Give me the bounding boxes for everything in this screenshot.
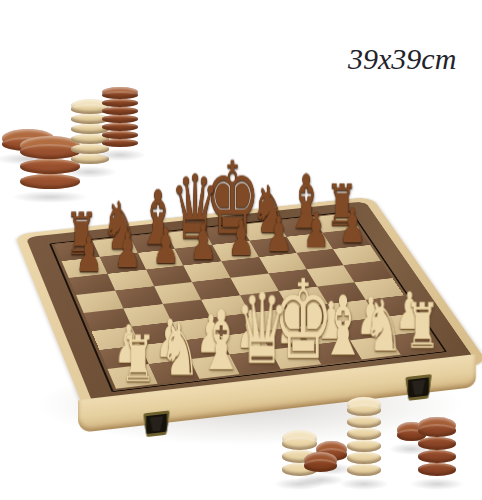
stack-shadow	[296, 474, 345, 486]
checker-disc	[347, 428, 381, 440]
product-photo: ♜♞♝♛♚♞♝♜♟♟♟♟♟♟♟♟♟♟♟♟♟♟♟♟♜♞♝♛♚♝♞♜ 39x39cm	[0, 0, 482, 500]
checker-disc	[347, 440, 381, 452]
checkers-stack-tl-dark-stack7	[102, 91, 138, 147]
checker-disc	[102, 107, 138, 115]
square-e4	[240, 291, 289, 313]
checker-disc	[102, 131, 138, 139]
checker-disc	[102, 123, 138, 131]
checker-disc	[418, 437, 456, 450]
latch-left-clasp	[148, 416, 165, 432]
stack-shadow	[63, 166, 117, 178]
checker-disc	[418, 424, 456, 437]
checker-disc	[347, 464, 381, 476]
latch-right-clasp	[410, 380, 427, 396]
checker-disc	[418, 463, 456, 476]
latch-left-icon	[143, 410, 170, 437]
checker-disc	[102, 139, 138, 147]
checkers-stack-br-dark-single-b	[304, 459, 337, 472]
stack-shadow	[410, 478, 464, 490]
checker-disc	[102, 99, 138, 107]
checker-disc	[347, 416, 381, 428]
checker-disc	[102, 115, 138, 123]
checker-disc	[102, 91, 138, 99]
latch-right-icon	[405, 374, 432, 401]
stack-shadow	[12, 191, 88, 203]
checkers-stack-br-dark-stack4	[418, 424, 456, 476]
checker-disc	[418, 450, 456, 463]
checker-disc	[304, 459, 337, 472]
stack-shadow	[94, 149, 146, 161]
checker-disc	[347, 404, 381, 416]
checker-disc	[282, 437, 317, 450]
checker-disc	[347, 452, 381, 464]
checkers-stack-br-light-stack6	[347, 404, 381, 476]
stack-shadow	[339, 478, 389, 490]
size-label: 39x39cm	[348, 42, 478, 76]
